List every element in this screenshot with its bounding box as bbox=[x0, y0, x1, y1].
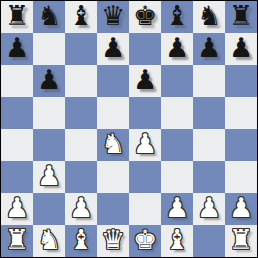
square-h8[interactable]: ♜ bbox=[225, 1, 257, 33]
square-h4[interactable] bbox=[225, 129, 257, 161]
piece-white-king: ♚ bbox=[133, 225, 157, 256]
piece-white-pawn: ♟ bbox=[229, 193, 253, 224]
square-f2[interactable]: ♟ bbox=[161, 193, 193, 225]
piece-black-pawn: ♟ bbox=[37, 65, 61, 96]
piece-white-rook: ♜ bbox=[229, 225, 253, 256]
square-c6[interactable] bbox=[65, 65, 97, 97]
piece-black-bishop: ♝ bbox=[165, 1, 189, 32]
square-f7[interactable]: ♟ bbox=[161, 33, 193, 65]
square-a7[interactable]: ♟ bbox=[1, 33, 33, 65]
square-a4[interactable] bbox=[1, 129, 33, 161]
piece-black-pawn: ♟ bbox=[133, 65, 157, 96]
square-b2[interactable] bbox=[33, 193, 65, 225]
square-f3[interactable] bbox=[161, 161, 193, 193]
piece-black-bishop: ♝ bbox=[69, 1, 93, 32]
piece-black-rook: ♜ bbox=[5, 1, 29, 32]
square-h1[interactable]: ♜ bbox=[225, 225, 257, 257]
square-h3[interactable] bbox=[225, 161, 257, 193]
square-b7[interactable] bbox=[33, 33, 65, 65]
square-e7[interactable] bbox=[129, 33, 161, 65]
square-b4[interactable] bbox=[33, 129, 65, 161]
square-a1[interactable]: ♜ bbox=[1, 225, 33, 257]
square-b6[interactable]: ♟ bbox=[33, 65, 65, 97]
square-g5[interactable] bbox=[193, 97, 225, 129]
square-d1[interactable]: ♛ bbox=[97, 225, 129, 257]
square-h6[interactable] bbox=[225, 65, 257, 97]
square-a5[interactable] bbox=[1, 97, 33, 129]
piece-white-pawn: ♟ bbox=[197, 193, 221, 224]
square-d8[interactable]: ♛ bbox=[97, 1, 129, 33]
square-d6[interactable] bbox=[97, 65, 129, 97]
square-g4[interactable] bbox=[193, 129, 225, 161]
square-b8[interactable]: ♞ bbox=[33, 1, 65, 33]
square-f8[interactable]: ♝ bbox=[161, 1, 193, 33]
square-e6[interactable]: ♟ bbox=[129, 65, 161, 97]
chess-board: ♜♞♝♛♚♝♞♜♟♟♟♟♟♟♟♞♟♟♟♟♟♟♟♜♞♝♛♚♝♜ bbox=[1, 1, 257, 257]
square-e1[interactable]: ♚ bbox=[129, 225, 161, 257]
square-d2[interactable] bbox=[97, 193, 129, 225]
square-g8[interactable]: ♞ bbox=[193, 1, 225, 33]
piece-white-pawn: ♟ bbox=[37, 161, 61, 192]
square-a6[interactable] bbox=[1, 65, 33, 97]
square-a8[interactable]: ♜ bbox=[1, 1, 33, 33]
square-g6[interactable] bbox=[193, 65, 225, 97]
square-g3[interactable] bbox=[193, 161, 225, 193]
square-a2[interactable]: ♟ bbox=[1, 193, 33, 225]
square-f4[interactable] bbox=[161, 129, 193, 161]
piece-white-pawn: ♟ bbox=[165, 193, 189, 224]
square-h2[interactable]: ♟ bbox=[225, 193, 257, 225]
square-b3[interactable]: ♟ bbox=[33, 161, 65, 193]
square-d5[interactable] bbox=[97, 97, 129, 129]
square-f1[interactable]: ♝ bbox=[161, 225, 193, 257]
piece-black-knight: ♞ bbox=[37, 1, 61, 32]
chess-board-frame: ♜♞♝♛♚♝♞♜♟♟♟♟♟♟♟♞♟♟♟♟♟♟♟♜♞♝♛♚♝♜ bbox=[0, 0, 258, 258]
square-a3[interactable] bbox=[1, 161, 33, 193]
piece-white-pawn: ♟ bbox=[133, 129, 157, 160]
square-c2[interactable]: ♟ bbox=[65, 193, 97, 225]
piece-white-knight: ♞ bbox=[37, 225, 61, 256]
square-f5[interactable] bbox=[161, 97, 193, 129]
piece-black-queen: ♛ bbox=[101, 1, 125, 32]
piece-white-rook: ♜ bbox=[5, 225, 29, 256]
square-h7[interactable]: ♟ bbox=[225, 33, 257, 65]
square-e2[interactable] bbox=[129, 193, 161, 225]
piece-black-king: ♚ bbox=[133, 1, 157, 32]
piece-black-pawn: ♟ bbox=[229, 33, 253, 64]
piece-white-bishop: ♝ bbox=[165, 225, 189, 256]
square-e5[interactable] bbox=[129, 97, 161, 129]
piece-black-knight: ♞ bbox=[197, 1, 221, 32]
square-d7[interactable]: ♟ bbox=[97, 33, 129, 65]
piece-white-queen: ♛ bbox=[101, 225, 125, 256]
piece-black-pawn: ♟ bbox=[5, 33, 29, 64]
square-c5[interactable] bbox=[65, 97, 97, 129]
piece-black-pawn: ♟ bbox=[165, 33, 189, 64]
square-h5[interactable] bbox=[225, 97, 257, 129]
square-g2[interactable]: ♟ bbox=[193, 193, 225, 225]
square-f6[interactable] bbox=[161, 65, 193, 97]
square-c1[interactable]: ♝ bbox=[65, 225, 97, 257]
piece-black-pawn: ♟ bbox=[197, 33, 221, 64]
square-e3[interactable] bbox=[129, 161, 161, 193]
piece-black-pawn: ♟ bbox=[101, 33, 125, 64]
square-e4[interactable]: ♟ bbox=[129, 129, 161, 161]
piece-black-rook: ♜ bbox=[229, 1, 253, 32]
square-c7[interactable] bbox=[65, 33, 97, 65]
piece-white-pawn: ♟ bbox=[69, 193, 93, 224]
piece-white-pawn: ♟ bbox=[5, 193, 29, 224]
square-g7[interactable]: ♟ bbox=[193, 33, 225, 65]
square-b1[interactable]: ♞ bbox=[33, 225, 65, 257]
square-c8[interactable]: ♝ bbox=[65, 1, 97, 33]
square-e8[interactable]: ♚ bbox=[129, 1, 161, 33]
square-c3[interactable] bbox=[65, 161, 97, 193]
piece-white-knight: ♞ bbox=[101, 129, 125, 160]
square-c4[interactable] bbox=[65, 129, 97, 161]
square-b5[interactable] bbox=[33, 97, 65, 129]
square-g1[interactable] bbox=[193, 225, 225, 257]
piece-white-bishop: ♝ bbox=[69, 225, 93, 256]
square-d3[interactable] bbox=[97, 161, 129, 193]
square-d4[interactable]: ♞ bbox=[97, 129, 129, 161]
